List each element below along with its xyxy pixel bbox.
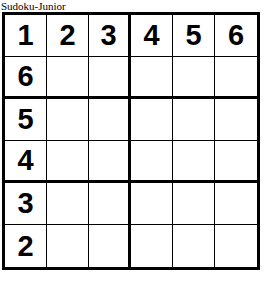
cell-given: 3	[5, 183, 47, 225]
cell-empty[interactable]	[173, 183, 215, 225]
cell-given: 5	[5, 99, 47, 141]
cell-given: 6	[5, 57, 47, 99]
cell-empty[interactable]	[89, 99, 131, 141]
cell-empty[interactable]	[89, 57, 131, 99]
cell-empty[interactable]	[131, 99, 173, 141]
cell-empty[interactable]	[89, 141, 131, 183]
cell-empty[interactable]	[131, 57, 173, 99]
cell-empty[interactable]	[173, 99, 215, 141]
cell-empty[interactable]	[173, 141, 215, 183]
cell-given: 1	[5, 15, 47, 57]
cell-empty[interactable]	[215, 183, 257, 225]
cell-empty[interactable]	[47, 183, 89, 225]
cell-empty[interactable]	[215, 99, 257, 141]
cell-empty[interactable]	[173, 57, 215, 99]
cell-empty[interactable]	[47, 225, 89, 267]
cell-empty[interactable]	[173, 225, 215, 267]
sudoku-junior-page: Sudoku-Junior 12345665432	[0, 0, 269, 282]
cell-empty[interactable]	[131, 183, 173, 225]
sudoku-board: 12345665432	[2, 12, 260, 270]
cell-empty[interactable]	[47, 141, 89, 183]
cell-empty[interactable]	[47, 99, 89, 141]
cell-given: 2	[47, 15, 89, 57]
cell-empty[interactable]	[215, 57, 257, 99]
cell-empty[interactable]	[131, 225, 173, 267]
cell-empty[interactable]	[47, 57, 89, 99]
cell-given: 4	[131, 15, 173, 57]
cell-empty[interactable]	[131, 141, 173, 183]
cell-given: 2	[5, 225, 47, 267]
cell-given: 6	[215, 15, 257, 57]
cell-given: 5	[173, 15, 215, 57]
cell-empty[interactable]	[215, 141, 257, 183]
puzzle-title: Sudoku-Junior	[1, 0, 66, 12]
cell-empty[interactable]	[89, 225, 131, 267]
cell-given: 3	[89, 15, 131, 57]
cell-given: 4	[5, 141, 47, 183]
cell-empty[interactable]	[215, 225, 257, 267]
cell-empty[interactable]	[89, 183, 131, 225]
